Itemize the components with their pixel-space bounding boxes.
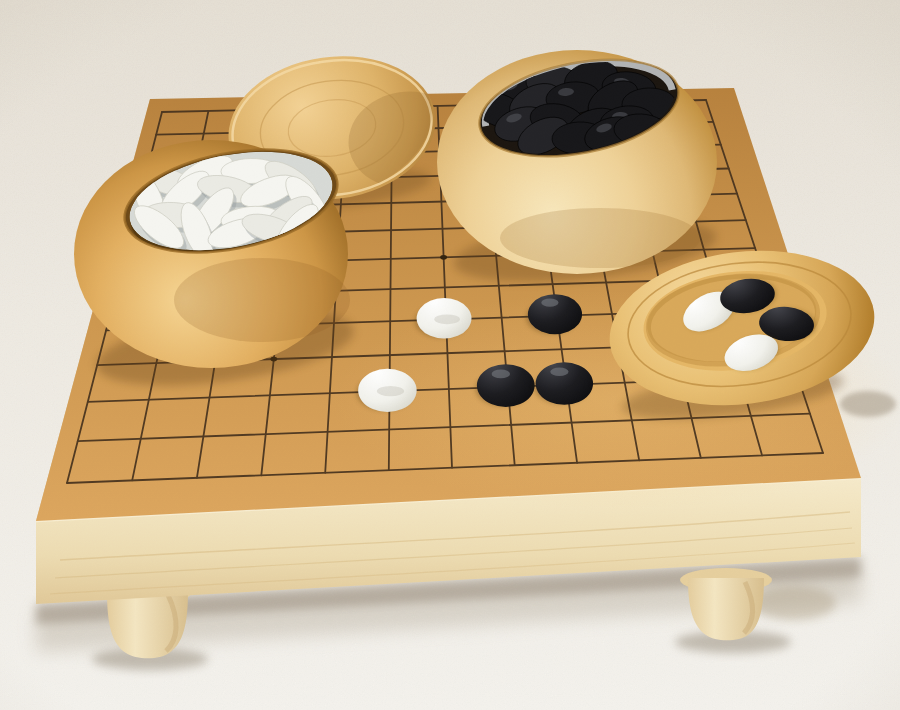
photo-grain-overlay xyxy=(0,0,900,710)
go-scene-photo: Overhead-angle photograph of a wooden 13… xyxy=(0,0,900,710)
scene-svg: ● ● ● ● ● ● ● ● ● xyxy=(0,0,900,710)
